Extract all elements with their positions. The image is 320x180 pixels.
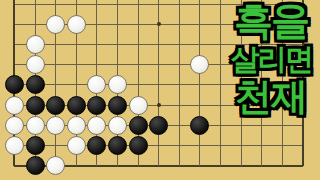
intersection-5-6[interactable] xyxy=(107,115,128,135)
intersection-6-1[interactable] xyxy=(128,14,149,34)
intersection-12-8[interactable] xyxy=(251,156,272,176)
intersection-5-2[interactable] xyxy=(107,34,128,54)
intersection-1-7[interactable] xyxy=(25,135,46,155)
intersection-7-3[interactable] xyxy=(148,55,169,75)
white-stone xyxy=(67,15,86,34)
black-stone xyxy=(129,136,148,155)
intersection-7-4[interactable] xyxy=(148,75,169,95)
intersection-11-8[interactable] xyxy=(231,156,252,176)
intersection-9-6[interactable] xyxy=(190,115,211,135)
intersection-10-6[interactable] xyxy=(210,115,231,135)
intersection-9-1[interactable] xyxy=(190,14,211,34)
white-stone xyxy=(67,136,86,155)
white-stone xyxy=(129,96,148,115)
intersection-0-0[interactable] xyxy=(4,0,25,14)
intersection-1-6[interactable] xyxy=(25,115,46,135)
intersection-8-1[interactable] xyxy=(169,14,190,34)
black-stone xyxy=(190,116,209,135)
intersection-6-4[interactable] xyxy=(128,75,149,95)
title-overlay: 흑을 살리면 천재 xyxy=(222,0,320,117)
intersection-5-8[interactable] xyxy=(107,156,128,176)
intersection-9-3[interactable] xyxy=(190,55,211,75)
white-stone xyxy=(5,116,24,135)
intersection-4-8[interactable] xyxy=(87,156,108,176)
intersection-4-5[interactable] xyxy=(87,95,108,115)
intersection-12-6[interactable] xyxy=(251,115,272,135)
intersection-7-1[interactable] xyxy=(148,14,169,34)
intersection-4-2[interactable] xyxy=(87,34,108,54)
white-stone xyxy=(5,136,24,155)
intersection-10-7[interactable] xyxy=(210,135,231,155)
title-line-2: 살리면 xyxy=(222,42,320,76)
white-stone xyxy=(87,116,106,135)
intersection-3-1[interactable] xyxy=(66,14,87,34)
intersection-8-0[interactable] xyxy=(169,0,190,14)
thumbnail: 흑을 살리면 천재 xyxy=(0,0,320,180)
white-stone xyxy=(46,15,65,34)
intersection-7-7[interactable] xyxy=(148,135,169,155)
black-stone xyxy=(87,96,106,115)
intersection-9-4[interactable] xyxy=(190,75,211,95)
intersection-3-5[interactable] xyxy=(66,95,87,115)
intersection-3-3[interactable] xyxy=(66,55,87,75)
intersection-2-3[interactable] xyxy=(45,55,66,75)
black-stone xyxy=(67,96,86,115)
intersection-12-7[interactable] xyxy=(251,135,272,155)
intersection-4-7[interactable] xyxy=(87,135,108,155)
intersection-2-0[interactable] xyxy=(45,0,66,14)
star-point xyxy=(157,103,161,107)
intersection-2-7[interactable] xyxy=(45,135,66,155)
intersection-14-7[interactable] xyxy=(293,135,314,155)
intersection-9-7[interactable] xyxy=(190,135,211,155)
intersection-0-4[interactable] xyxy=(4,75,25,95)
intersection-9-5[interactable] xyxy=(190,95,211,115)
black-stone xyxy=(46,96,65,115)
white-stone xyxy=(87,75,106,94)
white-stone xyxy=(26,116,45,135)
intersection-1-4[interactable] xyxy=(25,75,46,95)
intersection-8-7[interactable] xyxy=(169,135,190,155)
intersection-5-5[interactable] xyxy=(107,95,128,115)
white-stone xyxy=(5,96,24,115)
intersection-6-8[interactable] xyxy=(128,156,149,176)
intersection-8-5[interactable] xyxy=(169,95,190,115)
black-stone xyxy=(149,116,168,135)
intersection-3-2[interactable] xyxy=(66,34,87,54)
intersection-2-5[interactable] xyxy=(45,95,66,115)
white-stone xyxy=(108,75,127,94)
intersection-3-6[interactable] xyxy=(66,115,87,135)
intersection-7-2[interactable] xyxy=(148,34,169,54)
intersection-0-1[interactable] xyxy=(4,14,25,34)
star-point xyxy=(157,22,161,26)
white-stone xyxy=(67,116,86,135)
intersection-0-5[interactable] xyxy=(4,95,25,115)
black-stone xyxy=(26,136,45,155)
intersection-5-0[interactable] xyxy=(107,0,128,14)
black-stone xyxy=(87,136,106,155)
intersection-7-0[interactable] xyxy=(148,0,169,14)
white-stone xyxy=(26,35,45,54)
intersection-5-7[interactable] xyxy=(107,135,128,155)
intersection-6-5[interactable] xyxy=(128,95,149,115)
black-stone xyxy=(26,75,45,94)
intersection-0-3[interactable] xyxy=(4,55,25,75)
intersection-1-0[interactable] xyxy=(25,0,46,14)
intersection-14-8[interactable] xyxy=(293,156,314,176)
black-stone xyxy=(26,96,45,115)
intersection-11-7[interactable] xyxy=(231,135,252,155)
intersection-4-6[interactable] xyxy=(87,115,108,135)
white-stone xyxy=(46,156,65,175)
intersection-4-4[interactable] xyxy=(87,75,108,95)
intersection-1-2[interactable] xyxy=(25,34,46,54)
intersection-1-8[interactable] xyxy=(25,156,46,176)
white-stone xyxy=(26,55,45,74)
intersection-2-2[interactable] xyxy=(45,34,66,54)
white-stone xyxy=(46,116,65,135)
intersection-6-0[interactable] xyxy=(128,0,149,14)
intersection-2-8[interactable] xyxy=(45,156,66,176)
intersection-8-6[interactable] xyxy=(169,115,190,135)
intersection-6-2[interactable] xyxy=(128,34,149,54)
black-stone xyxy=(129,116,148,135)
intersection-2-1[interactable] xyxy=(45,14,66,34)
black-stone xyxy=(108,96,127,115)
intersection-1-3[interactable] xyxy=(25,55,46,75)
intersection-5-4[interactable] xyxy=(107,75,128,95)
title-line-3: 천재 xyxy=(222,76,320,117)
intersection-9-2[interactable] xyxy=(190,34,211,54)
intersection-1-5[interactable] xyxy=(25,95,46,115)
black-stone xyxy=(26,156,45,175)
intersection-0-6[interactable] xyxy=(4,115,25,135)
intersection-8-8[interactable] xyxy=(169,156,190,176)
intersection-13-8[interactable] xyxy=(272,156,293,176)
intersection-7-5[interactable] xyxy=(148,95,169,115)
intersection-4-3[interactable] xyxy=(87,55,108,75)
intersection-0-8[interactable] xyxy=(4,156,25,176)
intersection-2-6[interactable] xyxy=(45,115,66,135)
intersection-14-6[interactable] xyxy=(293,115,314,135)
intersection-5-1[interactable] xyxy=(107,14,128,34)
intersection-0-2[interactable] xyxy=(4,34,25,54)
intersection-10-8[interactable] xyxy=(210,156,231,176)
intersection-3-8[interactable] xyxy=(66,156,87,176)
intersection-3-7[interactable] xyxy=(66,135,87,155)
intersection-13-7[interactable] xyxy=(272,135,293,155)
intersection-9-0[interactable] xyxy=(190,0,211,14)
intersection-4-0[interactable] xyxy=(87,0,108,14)
intersection-8-3[interactable] xyxy=(169,55,190,75)
intersection-3-4[interactable] xyxy=(66,75,87,95)
intersection-6-7[interactable] xyxy=(128,135,149,155)
intersection-7-6[interactable] xyxy=(148,115,169,135)
white-stone xyxy=(108,116,127,135)
intersection-3-0[interactable] xyxy=(66,0,87,14)
intersection-7-8[interactable] xyxy=(148,156,169,176)
black-stone xyxy=(108,136,127,155)
intersection-0-7[interactable] xyxy=(4,135,25,155)
intersection-4-1[interactable] xyxy=(87,14,108,34)
intersection-13-6[interactable] xyxy=(272,115,293,135)
intersection-6-6[interactable] xyxy=(128,115,149,135)
intersection-8-2[interactable] xyxy=(169,34,190,54)
white-stone xyxy=(190,55,209,74)
intersection-6-3[interactable] xyxy=(128,55,149,75)
black-stone xyxy=(5,75,24,94)
intersection-5-3[interactable] xyxy=(107,55,128,75)
intersection-11-6[interactable] xyxy=(231,115,252,135)
title-line-1: 흑을 xyxy=(222,0,320,42)
intersection-1-1[interactable] xyxy=(25,14,46,34)
intersection-8-4[interactable] xyxy=(169,75,190,95)
intersection-2-4[interactable] xyxy=(45,75,66,95)
intersection-9-8[interactable] xyxy=(190,156,211,176)
